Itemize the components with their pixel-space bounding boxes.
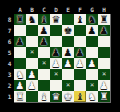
board-square-c7[interactable]: ♟ [38,25,50,36]
black-knight-icon: ♞ [26,14,38,25]
white-pawn-icon: ♟ [14,80,26,91]
move-marker-icon: × [26,47,38,58]
board-square-h7[interactable]: ♟ [98,25,110,36]
white-pawn-icon: ♟ [74,58,86,69]
white-rook-icon: ♜ [14,91,26,102]
black-pawn-icon: ♟ [86,25,98,36]
chess-game-screen: ABCDEFGH 87654321 ♜♞♝♛♝♞♜♟♚♟♟♟♟×♟♟♟×♟♟♟♟… [0,0,120,112]
white-knight-icon: ♞ [86,91,98,102]
board-square-c5[interactable] [38,47,50,58]
white-pawn-icon: ♟ [62,58,74,69]
black-queen-icon: ♛ [50,14,62,25]
board-square-e2[interactable]: × [62,80,74,91]
black-pawn-icon: ♟ [62,47,74,58]
file-labels: ABCDEFGH [14,6,110,14]
file-label-a: A [14,6,26,14]
board-square-g3[interactable] [86,69,98,80]
board-square-d4[interactable]: ♟ [50,58,62,69]
white-rook-icon: ♜ [98,91,110,102]
black-king-icon: ♚ [62,25,74,36]
board-square-a7[interactable] [14,25,26,36]
file-label-e: E [62,6,74,14]
board-square-h4[interactable] [98,58,110,69]
rank-label-8: 8 [6,14,13,25]
rank-label-1: 1 [6,91,13,102]
black-rook-icon: ♜ [14,14,26,25]
rank-label-4: 4 [6,58,13,69]
white-king-icon: ♚ [62,91,74,102]
board-square-e6[interactable] [62,36,74,47]
board-square-b3[interactable]: ♟ [26,69,38,80]
board-square-d8[interactable]: ♛ [50,14,62,25]
white-knight-icon: ♞ [14,69,26,80]
board-square-d1[interactable]: ♛ [50,91,62,102]
board-square-c4[interactable]: × [38,58,50,69]
board-square-e3[interactable] [62,69,74,80]
board-square-b1[interactable] [26,91,38,102]
board-square-e5[interactable]: ♟ [62,47,74,58]
board-square-d2[interactable] [50,80,62,91]
board-square-g6[interactable] [86,36,98,47]
board-square-g8[interactable]: ♞ [86,14,98,25]
file-label-c: C [38,6,50,14]
board-square-a8[interactable]: ♜ [14,14,26,25]
rank-label-5: 5 [6,47,13,58]
rank-label-3: 3 [6,69,13,80]
board-square-d6[interactable] [50,36,62,47]
board-square-a5[interactable] [14,47,26,58]
board-square-h2[interactable]: ♟ [98,80,110,91]
board-square-g7[interactable]: ♟ [86,25,98,36]
board-square-c2[interactable] [38,80,50,91]
black-pawn-icon: ♟ [74,47,86,58]
move-marker-icon: × [50,69,62,80]
board-square-a4[interactable] [14,58,26,69]
board-square-b7[interactable] [26,25,38,36]
move-marker-icon: × [86,80,98,91]
board-square-a1[interactable]: ♜ [14,91,26,102]
board-square-b2[interactable]: ♟ [26,80,38,91]
move-marker-icon: × [38,58,50,69]
white-bishop-icon: ♝ [38,91,50,102]
white-pawn-icon: ♟ [50,58,62,69]
rank-label-6: 6 [6,36,13,47]
black-pawn-icon: ♟ [38,25,50,36]
board-square-f8[interactable]: ♝ [74,14,86,25]
board-square-h5[interactable] [98,47,110,58]
board-square-e7[interactable]: ♚ [62,25,74,36]
board-square-e1[interactable]: ♚ [62,91,74,102]
black-knight-icon: ♞ [86,14,98,25]
white-pawn-icon: ♟ [26,69,38,80]
board-square-f5[interactable]: ♟ [74,47,86,58]
board-square-h1[interactable]: ♜ [98,91,110,102]
board-square-d7[interactable] [50,25,62,36]
board-square-e8[interactable] [62,14,74,25]
move-marker-icon: × [62,80,74,91]
rank-label-2: 2 [6,80,13,91]
board-square-h6[interactable] [98,36,110,47]
white-pawn-icon: ♟ [86,58,98,69]
board-square-g5[interactable] [86,47,98,58]
chess-board: ♜♞♝♛♝♞♜♟♚♟♟♟♟×♟♟♟×♟♟♟♟♞♟××♟♟××♟♜♝♛♚♝♞♜ [14,14,111,103]
black-bishop-icon: ♝ [38,14,50,25]
board-square-f4[interactable]: ♟ [74,58,86,69]
board-square-g1[interactable]: ♞ [86,91,98,102]
white-pawn-icon: ♟ [26,80,38,91]
board-square-d3[interactable]: × [50,69,62,80]
board-square-g4[interactable]: ♟ [86,58,98,69]
board-square-c1[interactable]: ♝ [38,91,50,102]
black-pawn-icon: ♟ [14,36,26,47]
board-square-b4[interactable] [26,58,38,69]
board-square-f3[interactable] [74,69,86,80]
white-pawn-icon: ♟ [98,80,110,91]
board-square-a6[interactable]: ♟ [14,36,26,47]
board-square-a3[interactable]: ♞ [14,69,26,80]
white-bishop-icon: ♝ [74,91,86,102]
board-square-h3[interactable]: × [98,69,110,80]
file-label-d: D [50,6,62,14]
file-label-h: H [98,6,110,14]
board-square-b5[interactable]: × [26,47,38,58]
rank-labels: 87654321 [6,14,13,102]
board-square-b6[interactable] [26,36,38,47]
board-square-c6[interactable]: ♟ [38,36,50,47]
black-pawn-icon: ♟ [50,47,62,58]
board-square-c8[interactable]: ♝ [38,14,50,25]
black-pawn-icon: ♟ [38,36,50,47]
board-square-f2[interactable] [74,80,86,91]
black-pawn-icon: ♟ [98,25,110,36]
black-bishop-icon: ♝ [74,14,86,25]
board-square-g2[interactable]: × [86,80,98,91]
file-label-g: G [86,6,98,14]
rank-label-7: 7 [6,25,13,36]
move-marker-icon: × [98,69,110,80]
file-label-f: F [74,6,86,14]
board-square-h8[interactable]: ♜ [98,14,110,25]
board-square-c3[interactable] [38,69,50,80]
board-square-a2[interactable]: ♟ [14,80,26,91]
board-square-d5[interactable]: ♟ [50,47,62,58]
board-square-f7[interactable] [74,25,86,36]
white-queen-icon: ♛ [50,91,62,102]
board-square-e4[interactable]: ♟ [62,58,74,69]
board-square-f6[interactable] [74,36,86,47]
board-square-b8[interactable]: ♞ [26,14,38,25]
file-label-b: B [26,6,38,14]
cursor-square-f1[interactable]: ♝ [74,91,86,102]
black-rook-icon: ♜ [98,14,110,25]
